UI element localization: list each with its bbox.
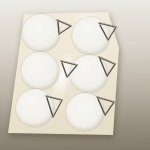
- wire-hook: [61, 61, 77, 77]
- photo-stage: [0, 0, 150, 150]
- wire-hook: [57, 20, 71, 34]
- hooks-layer: [0, 0, 150, 150]
- wire-hook: [99, 23, 116, 40]
- wire-hook: [97, 97, 114, 115]
- wire-hook-highlight: [99, 57, 115, 76]
- table-surface: [0, 0, 150, 150]
